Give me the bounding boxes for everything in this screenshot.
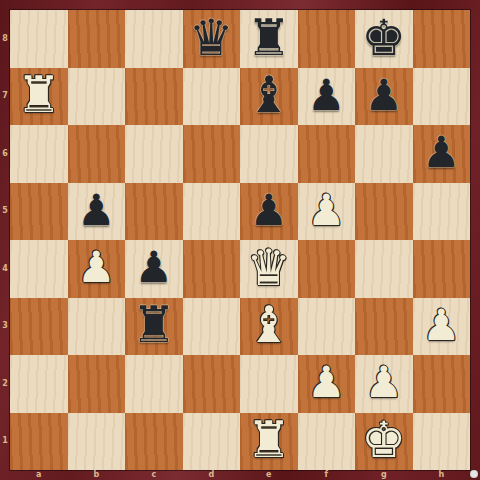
piece-black-pawn[interactable]: ♟ [249, 189, 288, 232]
square-c5[interactable] [125, 183, 183, 241]
square-f7[interactable]: ♟ [298, 68, 356, 126]
piece-black-pawn[interactable]: ♟ [134, 246, 173, 289]
piece-white-rook[interactable]: ♜ [16, 70, 61, 120]
square-c2[interactable] [125, 355, 183, 413]
square-g5[interactable] [355, 183, 413, 241]
piece-white-bishop[interactable]: ♝ [246, 300, 291, 350]
square-a8[interactable] [10, 10, 68, 68]
square-h1[interactable] [413, 413, 471, 471]
square-c1[interactable] [125, 413, 183, 471]
rank-label-6: 6 [0, 125, 10, 183]
square-g4[interactable] [355, 240, 413, 298]
board-frame: 87654321 ♛♜♚♜♝♟♟♟♟♟♟♟♟♛♜♝♟♟♟♜♚ abcdefgh [0, 0, 480, 480]
file-label-g: g [355, 470, 413, 480]
square-h7[interactable] [413, 68, 471, 126]
square-a1[interactable] [10, 413, 68, 471]
rank-label-3: 3 [0, 298, 10, 356]
square-f4[interactable] [298, 240, 356, 298]
square-h4[interactable] [413, 240, 471, 298]
square-g7[interactable]: ♟ [355, 68, 413, 126]
square-d1[interactable] [183, 413, 241, 471]
square-d6[interactable] [183, 125, 241, 183]
piece-white-pawn[interactable]: ♟ [307, 361, 346, 404]
square-d7[interactable] [183, 68, 241, 126]
square-g1[interactable]: ♚ [355, 413, 413, 471]
piece-black-rook[interactable]: ♜ [246, 13, 291, 63]
file-label-b: b [68, 470, 126, 480]
square-g3[interactable] [355, 298, 413, 356]
square-a5[interactable] [10, 183, 68, 241]
square-f8[interactable] [298, 10, 356, 68]
square-f3[interactable] [298, 298, 356, 356]
white-to-move-indicator [470, 470, 478, 478]
piece-white-king[interactable]: ♚ [361, 415, 406, 465]
piece-white-rook[interactable]: ♜ [246, 415, 291, 465]
file-label-a: a [10, 470, 68, 480]
square-d3[interactable] [183, 298, 241, 356]
square-e5[interactable]: ♟ [240, 183, 298, 241]
piece-black-pawn[interactable]: ♟ [77, 189, 116, 232]
file-label-f: f [298, 470, 356, 480]
piece-white-queen[interactable]: ♛ [246, 243, 291, 293]
square-d4[interactable] [183, 240, 241, 298]
piece-black-queen[interactable]: ♛ [189, 13, 234, 63]
file-labels: abcdefgh [10, 470, 470, 480]
square-h6[interactable]: ♟ [413, 125, 471, 183]
square-b5[interactable]: ♟ [68, 183, 126, 241]
rank-label-4: 4 [0, 240, 10, 298]
square-e7[interactable]: ♝ [240, 68, 298, 126]
file-label-c: c [125, 470, 183, 480]
rank-label-5: 5 [0, 183, 10, 241]
square-f5[interactable]: ♟ [298, 183, 356, 241]
square-b4[interactable]: ♟ [68, 240, 126, 298]
rank-label-2: 2 [0, 355, 10, 413]
square-g2[interactable]: ♟ [355, 355, 413, 413]
rank-label-7: 7 [0, 68, 10, 126]
square-h3[interactable]: ♟ [413, 298, 471, 356]
file-label-e: e [240, 470, 298, 480]
square-d2[interactable] [183, 355, 241, 413]
square-g8[interactable]: ♚ [355, 10, 413, 68]
piece-black-rook[interactable]: ♜ [131, 300, 176, 350]
file-label-h: h [413, 470, 471, 480]
file-label-d: d [183, 470, 241, 480]
square-a7[interactable]: ♜ [10, 68, 68, 126]
piece-black-pawn[interactable]: ♟ [364, 74, 403, 117]
rank-label-8: 8 [0, 10, 10, 68]
square-h8[interactable] [413, 10, 471, 68]
square-d5[interactable] [183, 183, 241, 241]
square-c6[interactable] [125, 125, 183, 183]
square-h2[interactable] [413, 355, 471, 413]
piece-black-king[interactable]: ♚ [361, 13, 406, 63]
square-c7[interactable] [125, 68, 183, 126]
square-e3[interactable]: ♝ [240, 298, 298, 356]
piece-white-pawn[interactable]: ♟ [422, 304, 461, 347]
square-a4[interactable] [10, 240, 68, 298]
piece-white-pawn[interactable]: ♟ [364, 361, 403, 404]
square-a3[interactable] [10, 298, 68, 356]
square-b7[interactable] [68, 68, 126, 126]
square-a2[interactable] [10, 355, 68, 413]
square-f6[interactable] [298, 125, 356, 183]
square-b2[interactable] [68, 355, 126, 413]
square-h5[interactable] [413, 183, 471, 241]
piece-white-pawn[interactable]: ♟ [307, 189, 346, 232]
square-e6[interactable] [240, 125, 298, 183]
piece-black-pawn[interactable]: ♟ [422, 131, 461, 174]
square-b6[interactable] [68, 125, 126, 183]
square-c4[interactable]: ♟ [125, 240, 183, 298]
square-c3[interactable]: ♜ [125, 298, 183, 356]
square-b8[interactable] [68, 10, 126, 68]
square-e8[interactable]: ♜ [240, 10, 298, 68]
piece-black-bishop[interactable]: ♝ [246, 70, 291, 120]
square-f1[interactable] [298, 413, 356, 471]
square-b1[interactable] [68, 413, 126, 471]
square-b3[interactable] [68, 298, 126, 356]
piece-black-pawn[interactable]: ♟ [307, 74, 346, 117]
square-a6[interactable] [10, 125, 68, 183]
square-g6[interactable] [355, 125, 413, 183]
rank-labels: 87654321 [0, 10, 10, 470]
square-d8[interactable]: ♛ [183, 10, 241, 68]
chess-board: ♛♜♚♜♝♟♟♟♟♟♟♟♟♛♜♝♟♟♟♜♚ [10, 10, 470, 470]
rank-label-1: 1 [0, 413, 10, 471]
square-f2[interactable]: ♟ [298, 355, 356, 413]
square-e2[interactable] [240, 355, 298, 413]
square-c8[interactable] [125, 10, 183, 68]
square-e4[interactable]: ♛ [240, 240, 298, 298]
square-e1[interactable]: ♜ [240, 413, 298, 471]
piece-white-pawn[interactable]: ♟ [77, 246, 116, 289]
